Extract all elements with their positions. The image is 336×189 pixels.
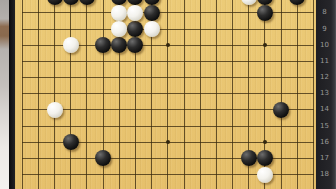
star-point [263, 140, 267, 144]
row-number-label: 12 [316, 74, 333, 81]
black-stone [111, 37, 127, 53]
row-number-label: 16 [316, 139, 333, 146]
row-number-label: 18 [316, 171, 333, 178]
row-number-label: 13 [316, 90, 333, 97]
black-stone [257, 150, 273, 166]
black-stone [289, 0, 305, 5]
row-number-label: 15 [316, 123, 333, 130]
row-number-label: 8 [316, 9, 333, 16]
white-stone [63, 37, 79, 53]
black-stone [47, 0, 63, 5]
black-stone [127, 0, 143, 5]
black-stone [63, 0, 79, 5]
black-stone [63, 134, 79, 150]
row-number-label: 11 [316, 58, 333, 65]
white-stone [111, 21, 127, 37]
screenshot-root: 89101112131415161718 [0, 0, 336, 189]
grid-line-horizontal [22, 61, 314, 62]
black-stone [127, 21, 143, 37]
star-point [166, 43, 170, 47]
black-stone [257, 5, 273, 21]
black-stone [95, 150, 111, 166]
black-stone [111, 0, 127, 5]
grid-line-horizontal [22, 109, 314, 110]
row-coordinate-strip: 89101112131415161718 [316, 0, 336, 189]
black-stone [79, 0, 95, 5]
black-stone [95, 37, 111, 53]
white-stone [111, 5, 127, 21]
go-board[interactable] [15, 0, 316, 189]
blurred-background-left [0, 0, 9, 189]
black-stone [241, 150, 257, 166]
grid-line-horizontal [22, 29, 314, 30]
row-number-label: 10 [316, 42, 333, 49]
black-stone [144, 0, 160, 5]
grid-line-horizontal [22, 77, 314, 78]
white-stone [257, 167, 273, 183]
star-point [263, 43, 267, 47]
black-stone [273, 102, 289, 118]
star-point [166, 140, 170, 144]
grid-line-horizontal [22, 93, 314, 94]
white-stone [127, 5, 143, 21]
row-number-label: 9 [316, 26, 333, 33]
white-stone [144, 21, 160, 37]
white-stone [241, 0, 257, 5]
row-number-label: 14 [316, 106, 333, 113]
row-number-label: 17 [316, 155, 333, 162]
black-stone [257, 0, 273, 5]
black-stone [127, 37, 143, 53]
grid-line-horizontal [22, 126, 314, 127]
black-stone [144, 5, 160, 21]
white-stone [47, 102, 63, 118]
